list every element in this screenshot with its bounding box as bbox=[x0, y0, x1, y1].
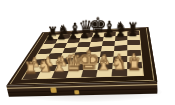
piece-white-pawn-c2: ♟ bbox=[48, 55, 76, 68]
camera-tilt-layer: ♜♞♝♛♚♝♞♜♟♟♟♟♟♟♟♟♟♟♟♟♟♟♟♟♜♞♝♛♚♝♞♜ bbox=[0, 0, 175, 105]
chess-board: ♜♞♝♛♚♝♞♜♟♟♟♟♟♟♟♟♟♟♟♟♟♟♟♟♜♞♝♛♚♝♞♜ bbox=[6, 27, 157, 86]
brass-clasp-front bbox=[50, 88, 57, 93]
piece-white-rook-a1: ♜ bbox=[16, 60, 45, 76]
front-fold-seam bbox=[8, 88, 158, 92]
brass-clasp-front-2 bbox=[74, 90, 79, 94]
piece-black-pawn-a7: ♟ bbox=[38, 31, 61, 42]
piece-white-knight-g1: ♞ bbox=[104, 55, 134, 73]
piece-black-knight-b8: ♞ bbox=[52, 24, 75, 37]
piece-black-knight-g8: ♞ bbox=[109, 21, 132, 35]
piece-black-queen-d8: ♛ bbox=[75, 18, 98, 36]
piece-black-pawn-g7: ♟ bbox=[109, 27, 133, 38]
piece-white-rook-h1: ♜ bbox=[119, 56, 150, 73]
piece-black-rook-a8: ♜ bbox=[41, 25, 64, 37]
piece-black-rook-h8: ♜ bbox=[121, 21, 145, 34]
piece-black-pawn-b7: ♟ bbox=[50, 30, 74, 41]
piece-white-bishop-f1: ♝ bbox=[88, 54, 118, 74]
piece-white-pawn-f2: ♟ bbox=[90, 53, 119, 66]
piece-black-bishop-f8: ♝ bbox=[98, 19, 121, 34]
product-photo: ♜♞♝♛♚♝♞♜♟♟♟♟♟♟♟♟♟♟♟♟♟♟♟♟♜♞♝♛♚♝♞♜ bbox=[0, 0, 175, 105]
piece-white-king-e1: ♚ bbox=[74, 48, 104, 73]
piece-black-pawn-e7: ♟ bbox=[85, 28, 109, 39]
piece-black-pawn-f7: ♟ bbox=[97, 28, 121, 39]
piece-black-bishop-c8: ♝ bbox=[63, 21, 86, 36]
piece-white-bishop-c1: ♝ bbox=[44, 55, 74, 74]
piece-black-pawn-d7: ♟ bbox=[73, 29, 97, 40]
piece-black-king-e8: ♚ bbox=[86, 16, 109, 36]
